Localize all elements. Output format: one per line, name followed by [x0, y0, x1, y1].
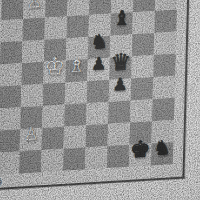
square-g1[interactable]: ♚: [129, 143, 152, 166]
square-g5[interactable]: [131, 55, 154, 78]
square-c4[interactable]: [43, 82, 66, 105]
square-a3[interactable]: [0, 107, 21, 130]
square-e7[interactable]: [88, 14, 111, 37]
corner-ornament: ✺: [0, 175, 3, 191]
square-e4[interactable]: [87, 80, 110, 103]
square-a8[interactable]: [1, 0, 24, 20]
square-h3[interactable]: [152, 98, 175, 121]
square-c6[interactable]: [44, 38, 67, 61]
square-c3[interactable]: [42, 105, 65, 128]
square-g7[interactable]: [132, 11, 155, 34]
square-g2[interactable]: [129, 121, 152, 144]
square-d7[interactable]: [66, 15, 89, 38]
square-b8[interactable]: ♙: [23, 0, 46, 19]
square-c5[interactable]: ♔: [43, 60, 66, 83]
square-f3[interactable]: [108, 101, 131, 124]
square-b7[interactable]: [23, 18, 46, 41]
square-g6[interactable]: [132, 33, 155, 56]
square-h2[interactable]: [151, 120, 174, 143]
square-c2[interactable]: [42, 127, 65, 150]
square-b3[interactable]: [20, 106, 43, 129]
square-d1[interactable]: [63, 147, 86, 170]
white-pawn: ♙: [27, 0, 43, 10]
board: ♙♝♞♔♗♟♛♟♙♚♞ ✺: [0, 0, 189, 190]
square-d5[interactable]: ♗: [65, 59, 88, 82]
square-b6[interactable]: [22, 40, 45, 63]
square-e3[interactable]: [86, 102, 109, 125]
square-e8[interactable]: [89, 0, 112, 15]
square-d2[interactable]: [64, 125, 87, 148]
square-d4[interactable]: [65, 81, 88, 104]
square-d3[interactable]: [64, 103, 87, 126]
square-e5[interactable]: ♟: [87, 58, 110, 81]
square-h7[interactable]: [154, 10, 177, 33]
square-a5[interactable]: [0, 63, 22, 86]
square-f5[interactable]: ♛: [109, 56, 132, 79]
square-d6[interactable]: [66, 37, 89, 60]
board-grid: ♙♝♞♔♗♟♛♟♙♚♞: [0, 0, 177, 175]
square-a6[interactable]: [0, 41, 23, 64]
square-f6[interactable]: [110, 34, 133, 57]
square-c8[interactable]: [45, 0, 68, 18]
square-f7[interactable]: ♝: [110, 12, 133, 35]
square-b5[interactable]: [21, 62, 44, 85]
board-margin: ♙♝♞♔♗♟♛♟♙♚♞ ✺: [0, 0, 189, 190]
square-a7[interactable]: [1, 19, 24, 42]
square-h4[interactable]: [153, 76, 176, 99]
square-e6[interactable]: ♞: [88, 36, 111, 59]
square-g3[interactable]: [130, 99, 153, 122]
square-d8[interactable]: [67, 0, 90, 16]
square-h1[interactable]: ♞: [151, 142, 174, 165]
square-f2[interactable]: [107, 123, 130, 146]
square-e1[interactable]: [85, 146, 108, 169]
square-h6[interactable]: [154, 32, 177, 55]
square-c1[interactable]: [41, 149, 64, 172]
square-a1[interactable]: [0, 151, 20, 174]
square-b2[interactable]: ♙: [20, 128, 43, 151]
square-h5[interactable]: [153, 54, 176, 77]
chessboard-photo: ♙♝♞♔♗♟♛♟♙♚♞ ✺: [0, 0, 200, 200]
square-e2[interactable]: [86, 124, 109, 147]
square-f1[interactable]: [107, 145, 130, 168]
square-f4[interactable]: ♟: [109, 78, 132, 101]
square-a2[interactable]: [0, 129, 20, 152]
square-c7[interactable]: [45, 16, 68, 39]
square-g4[interactable]: [131, 77, 154, 100]
square-b1[interactable]: [19, 150, 42, 173]
square-b4[interactable]: [21, 84, 44, 107]
square-a4[interactable]: [0, 85, 21, 108]
